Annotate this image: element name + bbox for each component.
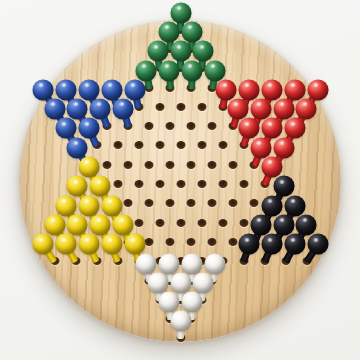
peg-ball-white (181, 253, 202, 274)
peg-ball-green (136, 60, 157, 81)
specular-highlight (129, 237, 136, 242)
specular-highlight (187, 256, 194, 261)
board-hole[interactable] (113, 141, 122, 149)
peg-ball-black (262, 195, 283, 216)
peg-ball-white (147, 272, 168, 293)
peg-ball-blue (56, 118, 77, 139)
board-hole[interactable] (155, 103, 164, 111)
peg-ball-black (273, 176, 294, 197)
board-hole[interactable] (208, 199, 217, 207)
board-hole[interactable] (145, 199, 154, 207)
specular-highlight (198, 276, 205, 281)
peg-ball-yellow (56, 195, 77, 216)
peg-ball-yellow (90, 176, 111, 197)
peg-ball-green (181, 21, 202, 42)
specular-highlight (84, 198, 91, 203)
board-hole[interactable] (134, 180, 143, 188)
specular-highlight (221, 83, 228, 88)
peg-ball-yellow (113, 214, 134, 235)
peg-ball-yellow (124, 234, 145, 255)
board-hole[interactable] (176, 103, 185, 111)
specular-highlight (49, 218, 56, 223)
board-hole[interactable] (229, 199, 238, 207)
peg-ball-yellow (33, 234, 54, 255)
peg-ball-red (262, 79, 283, 100)
specular-highlight (152, 44, 159, 49)
peg-ball-black (273, 214, 294, 235)
specular-highlight (175, 276, 182, 281)
specular-highlight (84, 237, 91, 242)
board-hole[interactable] (218, 141, 227, 149)
peg-ball-yellow (44, 214, 65, 235)
peg-ball-blue (44, 99, 65, 120)
board-hole[interactable] (166, 238, 175, 246)
specular-highlight (72, 179, 79, 184)
specular-highlight (255, 141, 262, 146)
peg-ball-black (284, 195, 305, 216)
specular-highlight (129, 83, 136, 88)
specular-highlight (61, 121, 68, 126)
peg-ball-blue (101, 79, 122, 100)
peg-ball-yellow (78, 195, 99, 216)
specular-highlight (164, 63, 171, 68)
specular-highlight (38, 83, 45, 88)
peg-ball-red (262, 157, 283, 178)
peg-ball-black (307, 234, 328, 255)
peg-ball-blue (33, 79, 54, 100)
board-hole[interactable] (208, 122, 217, 130)
peg-ball-yellow (78, 234, 99, 255)
peg-ball-red (262, 118, 283, 139)
board-hole[interactable] (187, 122, 196, 130)
peg-ball-white (159, 253, 180, 274)
specular-highlight (187, 63, 194, 68)
peg-ball-blue (90, 99, 111, 120)
specular-highlight (198, 44, 205, 49)
specular-highlight (141, 63, 148, 68)
chinese-checkers-board (19, 20, 341, 342)
specular-highlight (118, 102, 125, 107)
specular-highlight (95, 218, 102, 223)
peg-ball-red (307, 79, 328, 100)
peg-ball-yellow (56, 234, 77, 255)
peg-ball-red (273, 99, 294, 120)
board-hole[interactable] (229, 238, 238, 246)
peg-ball-green (170, 41, 191, 62)
board-hole[interactable] (166, 122, 175, 130)
peg-ball-white (159, 292, 180, 313)
board-hole[interactable] (218, 180, 227, 188)
specular-highlight (61, 198, 68, 203)
board-hole[interactable] (145, 161, 154, 169)
peg-ball-yellow (78, 157, 99, 178)
specular-highlight (244, 121, 251, 126)
board-hole[interactable] (239, 219, 248, 227)
specular-highlight (84, 121, 91, 126)
specular-highlight (267, 83, 274, 88)
board-hole[interactable] (176, 180, 185, 188)
peg-ball-blue (67, 99, 88, 120)
peg-ball-black (239, 234, 260, 255)
board-hole[interactable] (218, 219, 227, 227)
board-hole[interactable] (229, 161, 238, 169)
board-hole[interactable] (124, 161, 133, 169)
specular-highlight (187, 25, 194, 30)
specular-highlight (164, 295, 171, 300)
specular-highlight (175, 44, 182, 49)
specular-highlight (313, 83, 320, 88)
peg-ball-blue (113, 99, 134, 120)
specular-highlight (313, 237, 320, 242)
board-hole[interactable] (103, 161, 112, 169)
peg-ball-yellow (101, 195, 122, 216)
peg-ball-red (250, 137, 271, 158)
specular-highlight (187, 295, 194, 300)
peg-ball-white (170, 272, 191, 293)
specular-highlight (244, 83, 251, 88)
specular-highlight (49, 102, 56, 107)
specular-highlight (38, 237, 45, 242)
peg-ball-black (250, 214, 271, 235)
specular-highlight (290, 237, 297, 242)
peg-ball-yellow (90, 214, 111, 235)
specular-highlight (84, 83, 91, 88)
board-hole[interactable] (176, 219, 185, 227)
specular-highlight (301, 102, 308, 107)
peg-ball-red (239, 118, 260, 139)
specular-highlight (72, 141, 79, 146)
peg-ball-black (284, 234, 305, 255)
specular-highlight (152, 276, 159, 281)
specular-highlight (84, 160, 91, 165)
specular-highlight (255, 102, 262, 107)
peg-ball-red (273, 137, 294, 158)
specular-highlight (278, 218, 285, 223)
specular-highlight (267, 237, 274, 242)
specular-highlight (210, 63, 217, 68)
specular-highlight (232, 102, 239, 107)
peg-ball-white (193, 272, 214, 293)
board-hole[interactable] (124, 199, 133, 207)
board-hole[interactable] (187, 199, 196, 207)
board-hole[interactable] (208, 238, 217, 246)
board-hole[interactable] (155, 141, 164, 149)
board-hole[interactable] (197, 219, 206, 227)
peg-ball-green (147, 41, 168, 62)
board-hole[interactable] (155, 219, 164, 227)
specular-highlight (301, 218, 308, 223)
peg-ball-blue (78, 118, 99, 139)
specular-highlight (164, 256, 171, 261)
board-hole[interactable] (197, 141, 206, 149)
peg-ball-red (216, 79, 237, 100)
peg-ball-red (296, 99, 317, 120)
board-hole[interactable] (250, 199, 259, 207)
board-hole[interactable] (208, 161, 217, 169)
specular-highlight (278, 179, 285, 184)
peg-ball-blue (78, 79, 99, 100)
specular-highlight (72, 218, 79, 223)
specular-highlight (107, 83, 114, 88)
board-hole[interactable] (187, 161, 196, 169)
specular-highlight (278, 141, 285, 146)
board-hole[interactable] (239, 180, 248, 188)
board-hole[interactable] (145, 238, 154, 246)
peg-ball-green (159, 21, 180, 42)
specular-highlight (175, 314, 182, 319)
board-hole[interactable] (134, 141, 143, 149)
specular-highlight (278, 102, 285, 107)
peg-ball-yellow (67, 176, 88, 197)
peg-ball-blue (56, 79, 77, 100)
specular-highlight (95, 179, 102, 184)
peg-ball-white (181, 292, 202, 313)
peg-ball-green (204, 60, 225, 81)
peg-ball-white (204, 253, 225, 274)
specular-highlight (267, 121, 274, 126)
specular-highlight (118, 218, 125, 223)
specular-highlight (244, 237, 251, 242)
specular-highlight (267, 160, 274, 165)
peg-ball-red (284, 118, 305, 139)
specular-highlight (175, 5, 182, 10)
specular-highlight (267, 198, 274, 203)
peg-ball-black (262, 234, 283, 255)
peg-ball-green (170, 2, 191, 23)
specular-highlight (141, 256, 148, 261)
board-hole[interactable] (197, 180, 206, 188)
board-hole[interactable] (145, 122, 154, 130)
specular-highlight (290, 198, 297, 203)
board-hole[interactable] (166, 161, 175, 169)
specular-highlight (107, 198, 114, 203)
peg-ball-red (239, 79, 260, 100)
board-hole[interactable] (187, 238, 196, 246)
board-hole[interactable] (113, 180, 122, 188)
peg-ball-red (284, 79, 305, 100)
peg-ball-red (227, 99, 248, 120)
peg-ball-yellow (101, 234, 122, 255)
board-hole[interactable] (176, 141, 185, 149)
peg-ball-black (296, 214, 317, 235)
peg-ball-red (250, 99, 271, 120)
board-hole[interactable] (197, 103, 206, 111)
peg-ball-blue (67, 137, 88, 158)
peg-ball-yellow (67, 214, 88, 235)
photo-background (0, 0, 360, 360)
specular-highlight (95, 102, 102, 107)
peg-ball-white (136, 253, 157, 274)
board-hole[interactable] (155, 180, 164, 188)
peg-ball-green (193, 41, 214, 62)
specular-highlight (164, 25, 171, 30)
board-hole[interactable] (166, 199, 175, 207)
specular-highlight (61, 237, 68, 242)
peg-ball-green (159, 60, 180, 81)
peg-ball-green (181, 60, 202, 81)
specular-highlight (107, 237, 114, 242)
specular-highlight (61, 83, 68, 88)
specular-highlight (210, 256, 217, 261)
peg-ball-white (170, 311, 191, 332)
specular-highlight (72, 102, 79, 107)
specular-highlight (290, 121, 297, 126)
specular-highlight (255, 218, 262, 223)
specular-highlight (290, 83, 297, 88)
peg-ball-blue (124, 79, 145, 100)
board-hole[interactable] (134, 219, 143, 227)
